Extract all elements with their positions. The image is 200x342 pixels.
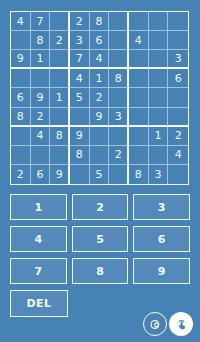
- sudoku-cell[interactable]: 8: [11, 108, 31, 127]
- sudoku-cell[interactable]: 6: [31, 165, 51, 184]
- sudoku-app-screen: 4728823649174341866915282934891282426958…: [0, 0, 200, 342]
- sudoku-cell[interactable]: [129, 108, 149, 127]
- sudoku-cell[interactable]: [50, 108, 70, 127]
- sudoku-cell[interactable]: 7: [31, 12, 51, 31]
- sudoku-cell[interactable]: [149, 146, 169, 165]
- sudoku-cell[interactable]: [129, 69, 149, 88]
- sudoku-cell[interactable]: [31, 69, 51, 88]
- sudoku-cell[interactable]: [168, 165, 188, 184]
- delete-button[interactable]: DEL: [10, 290, 68, 317]
- sudoku-cell[interactable]: [50, 69, 70, 88]
- sudoku-cell[interactable]: [50, 50, 70, 69]
- sudoku-cell[interactable]: [31, 146, 51, 165]
- sudoku-cell[interactable]: 4: [90, 50, 110, 69]
- sudoku-cell[interactable]: 3: [149, 165, 169, 184]
- concentric-circles-icon: [148, 317, 163, 332]
- sudoku-cell[interactable]: [109, 127, 129, 146]
- sudoku-cell[interactable]: 4: [168, 146, 188, 165]
- sudoku-cell[interactable]: 4: [31, 127, 51, 146]
- sudoku-cell[interactable]: 4: [70, 69, 90, 88]
- sudoku-cell[interactable]: [149, 50, 169, 69]
- sudoku-cell[interactable]: [11, 127, 31, 146]
- sudoku-cell[interactable]: 8: [31, 31, 51, 50]
- sudoku-cell[interactable]: [129, 146, 149, 165]
- digit-key-8[interactable]: 8: [72, 258, 129, 284]
- sudoku-cell[interactable]: 1: [31, 50, 51, 69]
- sudoku-cell[interactable]: 3: [168, 50, 188, 69]
- sudoku-cell[interactable]: 3: [109, 108, 129, 127]
- sudoku-cell[interactable]: 2: [168, 127, 188, 146]
- sudoku-cell[interactable]: [11, 69, 31, 88]
- sudoku-cell[interactable]: [70, 108, 90, 127]
- sudoku-cell[interactable]: 2: [109, 146, 129, 165]
- sudoku-cell[interactable]: 7: [70, 50, 90, 69]
- sudoku-cell[interactable]: 1: [149, 127, 169, 146]
- sudoku-board: 4728823649174341866915282934891282426958…: [10, 11, 189, 185]
- sudoku-cell[interactable]: 2: [90, 88, 110, 107]
- sudoku-cell[interactable]: [168, 108, 188, 127]
- sudoku-cell[interactable]: [109, 50, 129, 69]
- sudoku-cell[interactable]: 3: [70, 31, 90, 50]
- sudoku-cell[interactable]: [149, 88, 169, 107]
- sudoku-cell[interactable]: [129, 127, 149, 146]
- sudoku-cell[interactable]: 5: [70, 88, 90, 107]
- sudoku-cell[interactable]: [11, 31, 31, 50]
- sudoku-cell[interactable]: [129, 12, 149, 31]
- sudoku-cell[interactable]: 8: [70, 146, 90, 165]
- digit-key-5[interactable]: 5: [72, 226, 129, 252]
- sudoku-cell[interactable]: 8: [50, 127, 70, 146]
- sudoku-cell[interactable]: [149, 12, 169, 31]
- sudoku-cell[interactable]: 9: [11, 50, 31, 69]
- digit-key-4[interactable]: 4: [10, 226, 67, 252]
- digit-key-2[interactable]: 2: [72, 194, 129, 220]
- sudoku-cell[interactable]: [90, 146, 110, 165]
- sudoku-cell[interactable]: [11, 146, 31, 165]
- sudoku-cell[interactable]: 9: [70, 127, 90, 146]
- sudoku-cell[interactable]: 9: [50, 165, 70, 184]
- sudoku-cell[interactable]: 9: [90, 108, 110, 127]
- sudoku-cell[interactable]: [109, 88, 129, 107]
- digit-keypad: 123456789: [10, 194, 190, 284]
- sudoku-cell[interactable]: 5: [90, 165, 110, 184]
- sudoku-cell[interactable]: [109, 31, 129, 50]
- sudoku-cell[interactable]: 4: [129, 31, 149, 50]
- hand-tap-icon: [175, 317, 188, 331]
- sudoku-cell[interactable]: [149, 31, 169, 50]
- sudoku-cell[interactable]: 1: [90, 69, 110, 88]
- sudoku-cell[interactable]: [168, 12, 188, 31]
- sudoku-cell[interactable]: [109, 165, 129, 184]
- sudoku-cell[interactable]: 8: [109, 69, 129, 88]
- digit-key-6[interactable]: 6: [133, 226, 190, 252]
- sudoku-cell[interactable]: [168, 31, 188, 50]
- sudoku-cell[interactable]: 9: [31, 88, 51, 107]
- digit-key-3[interactable]: 3: [133, 194, 190, 220]
- sudoku-cell[interactable]: 1: [50, 88, 70, 107]
- sudoku-cell[interactable]: 6: [168, 69, 188, 88]
- mode-toggle-button[interactable]: [143, 312, 167, 336]
- sudoku-cell[interactable]: [50, 146, 70, 165]
- sudoku-cell[interactable]: 6: [90, 31, 110, 50]
- sudoku-cell[interactable]: [70, 165, 90, 184]
- sudoku-cell[interactable]: [149, 69, 169, 88]
- sudoku-cell[interactable]: [109, 12, 129, 31]
- sudoku-cell[interactable]: [129, 88, 149, 107]
- sudoku-cell[interactable]: 2: [11, 165, 31, 184]
- sudoku-cell[interactable]: 4: [11, 12, 31, 31]
- sudoku-cell[interactable]: 6: [11, 88, 31, 107]
- sudoku-cell[interactable]: [168, 88, 188, 107]
- sudoku-cell[interactable]: 2: [31, 108, 51, 127]
- sudoku-cell[interactable]: 8: [90, 12, 110, 31]
- sudoku-cell[interactable]: [90, 127, 110, 146]
- digit-key-7[interactable]: 7: [10, 258, 67, 284]
- tap-input-button[interactable]: [169, 312, 193, 336]
- sudoku-cell[interactable]: [50, 12, 70, 31]
- sudoku-cell[interactable]: 2: [70, 12, 90, 31]
- sudoku-cell[interactable]: [129, 50, 149, 69]
- sudoku-cell[interactable]: 8: [129, 165, 149, 184]
- digit-key-9[interactable]: 9: [133, 258, 190, 284]
- sudoku-cell[interactable]: [149, 108, 169, 127]
- sudoku-cell[interactable]: 2: [50, 31, 70, 50]
- digit-key-1[interactable]: 1: [10, 194, 67, 220]
